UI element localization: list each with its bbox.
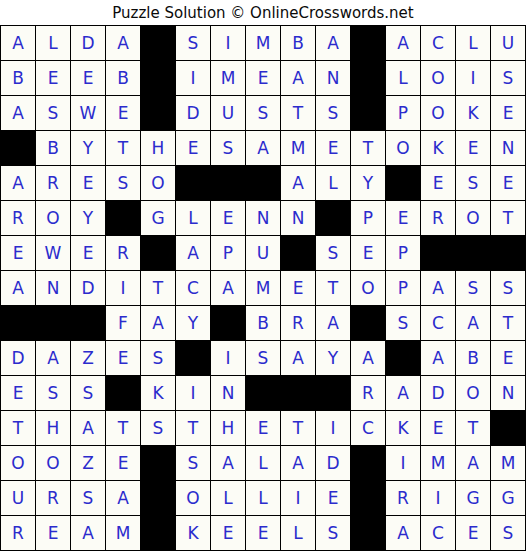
letter-cell: N bbox=[211, 376, 246, 411]
letter-cell: P bbox=[386, 236, 421, 271]
letter-cell: S bbox=[36, 96, 71, 131]
letter-cell: G bbox=[456, 481, 491, 516]
letter-cell: S bbox=[246, 96, 281, 131]
letter-cell: L bbox=[316, 166, 351, 201]
letter-cell: L bbox=[246, 446, 281, 481]
letter-cell: S bbox=[456, 166, 491, 201]
letter-cell: R bbox=[36, 166, 71, 201]
block-cell bbox=[491, 411, 526, 446]
letter-cell: S bbox=[141, 411, 176, 446]
letter-cell: C bbox=[421, 516, 456, 551]
letter-cell: Y bbox=[71, 201, 106, 236]
block-cell bbox=[176, 341, 211, 376]
letter-cell: C bbox=[176, 271, 211, 306]
letter-cell: O bbox=[456, 376, 491, 411]
letter-cell: M bbox=[246, 26, 281, 61]
letter-cell: E bbox=[1, 376, 36, 411]
block-cell bbox=[456, 236, 491, 271]
letter-cell: K bbox=[456, 96, 491, 131]
letter-cell: R bbox=[386, 481, 421, 516]
letter-cell: E bbox=[71, 236, 106, 271]
letter-cell: T bbox=[106, 411, 141, 446]
letter-cell: S bbox=[456, 271, 491, 306]
block-cell bbox=[316, 376, 351, 411]
letter-cell: A bbox=[246, 131, 281, 166]
letter-cell: W bbox=[71, 96, 106, 131]
letter-cell: P bbox=[386, 271, 421, 306]
letter-cell: O bbox=[351, 271, 386, 306]
letter-cell: K bbox=[176, 516, 211, 551]
letter-cell: M bbox=[246, 271, 281, 306]
letter-cell: A bbox=[1, 271, 36, 306]
letter-cell: R bbox=[36, 481, 71, 516]
letter-cell: Y bbox=[316, 341, 351, 376]
letter-cell: S bbox=[246, 341, 281, 376]
letter-cell: A bbox=[1, 166, 36, 201]
letter-cell: M bbox=[491, 446, 526, 481]
letter-cell: K bbox=[141, 376, 176, 411]
letter-cell: Y bbox=[71, 131, 106, 166]
block-cell bbox=[281, 236, 316, 271]
letter-cell: E bbox=[211, 201, 246, 236]
letter-cell: O bbox=[141, 166, 176, 201]
letter-cell: K bbox=[421, 131, 456, 166]
block-cell bbox=[176, 166, 211, 201]
letter-cell: T bbox=[106, 131, 141, 166]
block-cell bbox=[141, 446, 176, 481]
letter-cell: K bbox=[386, 411, 421, 446]
letter-cell: T bbox=[281, 96, 316, 131]
letter-cell: A bbox=[211, 271, 246, 306]
letter-cell: S bbox=[491, 61, 526, 96]
block-cell bbox=[211, 306, 246, 341]
page-title: Puzzle Solution © OnlineCrosswords.net bbox=[112, 4, 413, 22]
letter-cell: E bbox=[106, 341, 141, 376]
letter-cell: S bbox=[106, 166, 141, 201]
letter-cell: L bbox=[281, 516, 316, 551]
letter-cell: A bbox=[456, 446, 491, 481]
letter-cell: A bbox=[386, 26, 421, 61]
letter-cell: I bbox=[456, 61, 491, 96]
block-cell bbox=[141, 96, 176, 131]
letter-cell: P bbox=[351, 201, 386, 236]
letter-cell: D bbox=[316, 446, 351, 481]
letter-cell: T bbox=[491, 306, 526, 341]
letter-cell: E bbox=[491, 96, 526, 131]
letter-cell: H bbox=[211, 411, 246, 446]
block-cell bbox=[106, 201, 141, 236]
letter-cell: E bbox=[71, 61, 106, 96]
letter-cell: C bbox=[421, 26, 456, 61]
letter-cell: E bbox=[491, 341, 526, 376]
letter-cell: E bbox=[106, 96, 141, 131]
letter-cell: E bbox=[421, 411, 456, 446]
letter-cell: A bbox=[316, 306, 351, 341]
letter-cell: S bbox=[211, 131, 246, 166]
letter-cell: S bbox=[141, 341, 176, 376]
crossword-grid: ALDASIMBAACLUBEEBIMEANLOISASWEDUSTSPOKEB… bbox=[0, 25, 526, 551]
letter-cell: D bbox=[71, 271, 106, 306]
letter-cell: M bbox=[106, 516, 141, 551]
letter-cell: C bbox=[351, 411, 386, 446]
block-cell bbox=[351, 96, 386, 131]
letter-cell: Z bbox=[71, 446, 106, 481]
letter-cell: R bbox=[1, 201, 36, 236]
letter-cell: I bbox=[106, 271, 141, 306]
letter-cell: S bbox=[176, 446, 211, 481]
letter-cell: A bbox=[281, 61, 316, 96]
letter-cell: E bbox=[246, 61, 281, 96]
letter-cell: U bbox=[491, 26, 526, 61]
letter-cell: S bbox=[71, 376, 106, 411]
letter-cell: A bbox=[281, 446, 316, 481]
letter-cell: B bbox=[246, 306, 281, 341]
letter-cell: T bbox=[1, 411, 36, 446]
letter-cell: E bbox=[351, 236, 386, 271]
block-cell bbox=[141, 481, 176, 516]
letter-cell: N bbox=[491, 131, 526, 166]
block-cell bbox=[246, 166, 281, 201]
letter-cell: A bbox=[211, 446, 246, 481]
letter-cell: T bbox=[176, 411, 211, 446]
letter-cell: E bbox=[456, 516, 491, 551]
block-cell bbox=[141, 26, 176, 61]
letter-cell: A bbox=[176, 236, 211, 271]
letter-cell: R bbox=[106, 236, 141, 271]
block-cell bbox=[351, 516, 386, 551]
letter-cell: A bbox=[71, 411, 106, 446]
letter-cell: B bbox=[36, 131, 71, 166]
block-cell bbox=[281, 376, 316, 411]
letter-cell: I bbox=[176, 376, 211, 411]
letter-cell: B bbox=[1, 61, 36, 96]
letter-cell: G bbox=[491, 481, 526, 516]
letter-cell: B bbox=[106, 61, 141, 96]
letter-cell: Y bbox=[351, 166, 386, 201]
letter-cell: L bbox=[246, 481, 281, 516]
letter-cell: M bbox=[211, 61, 246, 96]
letter-cell: A bbox=[106, 26, 141, 61]
block-cell bbox=[491, 236, 526, 271]
letter-cell: A bbox=[316, 26, 351, 61]
letter-cell: S bbox=[71, 481, 106, 516]
letter-cell: I bbox=[211, 26, 246, 61]
letter-cell: N bbox=[491, 376, 526, 411]
letter-cell: L bbox=[36, 26, 71, 61]
letter-cell: D bbox=[176, 96, 211, 131]
block-cell bbox=[351, 446, 386, 481]
block-cell bbox=[351, 306, 386, 341]
block-cell bbox=[351, 61, 386, 96]
letter-cell: D bbox=[1, 341, 36, 376]
letter-cell: N bbox=[281, 201, 316, 236]
letter-cell: I bbox=[211, 341, 246, 376]
block-cell bbox=[1, 131, 36, 166]
letter-cell: A bbox=[141, 306, 176, 341]
letter-cell: E bbox=[316, 481, 351, 516]
letter-cell: O bbox=[456, 201, 491, 236]
letter-cell: U bbox=[1, 481, 36, 516]
block-cell bbox=[106, 376, 141, 411]
letter-cell: I bbox=[316, 411, 351, 446]
letter-cell: E bbox=[211, 516, 246, 551]
letter-cell: L bbox=[456, 26, 491, 61]
letter-cell: R bbox=[421, 201, 456, 236]
letter-cell: E bbox=[246, 411, 281, 446]
block-cell bbox=[36, 306, 71, 341]
block-cell bbox=[141, 61, 176, 96]
letter-cell: A bbox=[386, 376, 421, 411]
letter-cell: A bbox=[421, 341, 456, 376]
block-cell bbox=[316, 201, 351, 236]
letter-cell: I bbox=[176, 61, 211, 96]
letter-cell: G bbox=[141, 201, 176, 236]
block-cell bbox=[71, 306, 106, 341]
letter-cell: T bbox=[141, 271, 176, 306]
letter-cell: T bbox=[316, 271, 351, 306]
letter-cell: A bbox=[106, 481, 141, 516]
letter-cell: T bbox=[491, 201, 526, 236]
letter-cell: L bbox=[386, 61, 421, 96]
letter-cell: R bbox=[351, 376, 386, 411]
letter-cell: B bbox=[456, 341, 491, 376]
letter-cell: U bbox=[246, 236, 281, 271]
letter-cell: I bbox=[281, 481, 316, 516]
letter-cell: L bbox=[176, 201, 211, 236]
letter-cell: A bbox=[36, 341, 71, 376]
letter-cell: E bbox=[386, 201, 421, 236]
letter-cell: A bbox=[1, 96, 36, 131]
letter-cell: E bbox=[36, 61, 71, 96]
title-bar: Puzzle Solution © OnlineCrosswords.net bbox=[0, 0, 526, 25]
letter-cell: N bbox=[316, 61, 351, 96]
letter-cell: O bbox=[421, 61, 456, 96]
block-cell bbox=[1, 306, 36, 341]
block-cell bbox=[351, 26, 386, 61]
letter-cell: T bbox=[456, 411, 491, 446]
letter-cell: N bbox=[36, 271, 71, 306]
letter-cell: S bbox=[316, 96, 351, 131]
letter-cell: S bbox=[386, 306, 421, 341]
block-cell bbox=[351, 481, 386, 516]
letter-cell: S bbox=[176, 26, 211, 61]
letter-cell: S bbox=[491, 516, 526, 551]
letter-cell: N bbox=[246, 201, 281, 236]
letter-cell: M bbox=[281, 131, 316, 166]
letter-cell: D bbox=[71, 26, 106, 61]
letter-cell: U bbox=[211, 96, 246, 131]
letter-cell: O bbox=[36, 446, 71, 481]
letter-cell: P bbox=[386, 96, 421, 131]
letter-cell: C bbox=[421, 306, 456, 341]
letter-cell: R bbox=[281, 306, 316, 341]
letter-cell: A bbox=[71, 516, 106, 551]
letter-cell: D bbox=[421, 376, 456, 411]
letter-cell: E bbox=[176, 131, 211, 166]
letter-cell: S bbox=[316, 516, 351, 551]
letter-cell: B bbox=[281, 26, 316, 61]
letter-cell: A bbox=[1, 26, 36, 61]
letter-cell: S bbox=[316, 236, 351, 271]
letter-cell: A bbox=[386, 516, 421, 551]
letter-cell: E bbox=[1, 236, 36, 271]
letter-cell: O bbox=[36, 201, 71, 236]
letter-cell: A bbox=[281, 341, 316, 376]
letter-cell: P bbox=[211, 236, 246, 271]
letter-cell: L bbox=[211, 481, 246, 516]
letter-cell: A bbox=[351, 341, 386, 376]
letter-cell: I bbox=[386, 446, 421, 481]
letter-cell: T bbox=[351, 131, 386, 166]
letter-cell: S bbox=[36, 376, 71, 411]
block-cell bbox=[246, 376, 281, 411]
letter-cell: E bbox=[316, 131, 351, 166]
letter-cell: Z bbox=[71, 341, 106, 376]
letter-cell: E bbox=[71, 166, 106, 201]
letter-cell: R bbox=[1, 516, 36, 551]
block-cell bbox=[211, 166, 246, 201]
letter-cell: O bbox=[176, 481, 211, 516]
letter-cell: H bbox=[36, 411, 71, 446]
letter-cell: H bbox=[141, 131, 176, 166]
letter-cell: E bbox=[36, 516, 71, 551]
letter-cell: F bbox=[106, 306, 141, 341]
letter-cell: A bbox=[456, 306, 491, 341]
letter-cell: A bbox=[421, 271, 456, 306]
puzzle-solution-page: Puzzle Solution © OnlineCrosswords.net A… bbox=[0, 0, 526, 551]
block-cell bbox=[141, 236, 176, 271]
letter-cell: O bbox=[1, 446, 36, 481]
letter-cell: W bbox=[36, 236, 71, 271]
letter-cell: E bbox=[106, 446, 141, 481]
block-cell bbox=[386, 166, 421, 201]
letter-cell: I bbox=[421, 481, 456, 516]
letter-cell: E bbox=[421, 166, 456, 201]
letter-cell: O bbox=[421, 96, 456, 131]
letter-cell: E bbox=[456, 131, 491, 166]
letter-cell: T bbox=[281, 411, 316, 446]
block-cell bbox=[141, 516, 176, 551]
block-cell bbox=[421, 236, 456, 271]
block-cell bbox=[386, 341, 421, 376]
letter-cell: S bbox=[491, 271, 526, 306]
letter-cell: O bbox=[386, 131, 421, 166]
letter-cell: A bbox=[281, 166, 316, 201]
letter-cell: E bbox=[281, 271, 316, 306]
letter-cell: M bbox=[421, 446, 456, 481]
letter-cell: E bbox=[246, 516, 281, 551]
letter-cell: Y bbox=[176, 306, 211, 341]
letter-cell: E bbox=[491, 166, 526, 201]
